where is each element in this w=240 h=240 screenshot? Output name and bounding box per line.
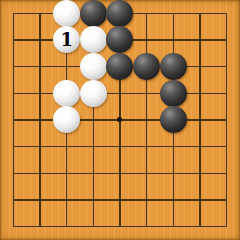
board-cell[interactable] [27, 213, 54, 240]
black-stone [80, 0, 107, 27]
board-cell[interactable] [187, 187, 214, 214]
board-cell[interactable] [107, 133, 134, 160]
board-cell[interactable] [160, 0, 187, 27]
board-cell[interactable] [213, 27, 240, 54]
white-stone [53, 0, 80, 27]
board-cell[interactable] [0, 27, 27, 54]
board-cell[interactable]: 1 [53, 27, 80, 54]
board-grid: 1 [0, 0, 240, 240]
move-number-label: 1 [60, 30, 73, 48]
board-cell[interactable] [27, 0, 54, 27]
board-cell[interactable] [160, 187, 187, 214]
board-cell[interactable] [133, 187, 160, 214]
board-cell[interactable] [0, 53, 27, 80]
board-cell[interactable] [160, 213, 187, 240]
hoshi-point [117, 117, 122, 122]
board-cell[interactable] [53, 133, 80, 160]
board-cell[interactable] [80, 0, 107, 27]
board-cell[interactable] [187, 53, 214, 80]
board-cell[interactable] [0, 187, 27, 214]
board-cell[interactable] [187, 107, 214, 134]
board-cell[interactable] [27, 187, 54, 214]
white-stone [53, 106, 80, 133]
board-cell[interactable] [53, 187, 80, 214]
board-cell[interactable] [0, 133, 27, 160]
board-cell[interactable] [0, 107, 27, 134]
board-cell[interactable] [53, 213, 80, 240]
board-cell[interactable] [107, 53, 134, 80]
board-cell[interactable] [53, 0, 80, 27]
board-cell[interactable] [107, 187, 134, 214]
board-cell[interactable] [160, 133, 187, 160]
board-cell[interactable] [107, 80, 134, 107]
board-cell[interactable] [107, 27, 134, 54]
board-cell[interactable] [80, 27, 107, 54]
board-cell[interactable] [133, 53, 160, 80]
board-cell[interactable] [133, 213, 160, 240]
board-cell[interactable] [107, 107, 134, 134]
go-board: 1 [0, 0, 240, 240]
black-stone [133, 53, 160, 80]
board-cell[interactable] [80, 160, 107, 187]
board-cell[interactable] [187, 0, 214, 27]
board-cell[interactable] [27, 80, 54, 107]
board-cell[interactable] [53, 80, 80, 107]
board-cell[interactable] [27, 160, 54, 187]
board-cell[interactable] [27, 27, 54, 54]
board-cell[interactable] [53, 53, 80, 80]
board-cell[interactable] [53, 160, 80, 187]
board-cell[interactable] [187, 213, 214, 240]
board-cell[interactable] [133, 80, 160, 107]
board-cell[interactable] [160, 27, 187, 54]
board-cell[interactable] [213, 133, 240, 160]
board-cell[interactable] [133, 107, 160, 134]
board-cell[interactable] [187, 80, 214, 107]
black-stone [106, 26, 133, 53]
board-cell[interactable] [213, 213, 240, 240]
board-cell[interactable] [27, 53, 54, 80]
board-cell[interactable] [80, 187, 107, 214]
board-cell[interactable] [133, 27, 160, 54]
board-cell[interactable] [53, 107, 80, 134]
board-cell[interactable] [160, 80, 187, 107]
white-stone [80, 26, 107, 53]
black-stone [106, 0, 133, 27]
board-cell[interactable] [0, 0, 27, 27]
board-cell[interactable] [80, 53, 107, 80]
board-cell[interactable] [0, 160, 27, 187]
board-cell[interactable] [213, 107, 240, 134]
board-cell[interactable] [80, 213, 107, 240]
board-cell[interactable] [213, 0, 240, 27]
board-cell[interactable] [160, 53, 187, 80]
board-cell[interactable] [160, 107, 187, 134]
board-cell[interactable] [107, 0, 134, 27]
board-cell[interactable] [80, 133, 107, 160]
board-cell[interactable] [213, 53, 240, 80]
board-cell[interactable] [213, 187, 240, 214]
white-stone [80, 53, 107, 80]
board-cell[interactable] [0, 80, 27, 107]
board-cell[interactable] [187, 133, 214, 160]
white-stone [53, 80, 80, 107]
board-cell[interactable] [133, 133, 160, 160]
board-cell[interactable] [187, 27, 214, 54]
board-cell[interactable] [213, 160, 240, 187]
board-cell[interactable] [107, 213, 134, 240]
black-stone [160, 80, 187, 107]
white-stone: 1 [53, 26, 80, 53]
board-cell[interactable] [80, 107, 107, 134]
black-stone [106, 53, 133, 80]
board-cell[interactable] [107, 160, 134, 187]
black-stone [160, 53, 187, 80]
board-cell[interactable] [160, 160, 187, 187]
board-cell[interactable] [133, 160, 160, 187]
black-stone [160, 106, 187, 133]
board-cell[interactable] [80, 80, 107, 107]
board-cell[interactable] [27, 107, 54, 134]
board-cell[interactable] [187, 160, 214, 187]
board-cell[interactable] [0, 213, 27, 240]
white-stone [80, 80, 107, 107]
board-cell[interactable] [213, 80, 240, 107]
board-cell[interactable] [133, 0, 160, 27]
board-cell[interactable] [27, 133, 54, 160]
